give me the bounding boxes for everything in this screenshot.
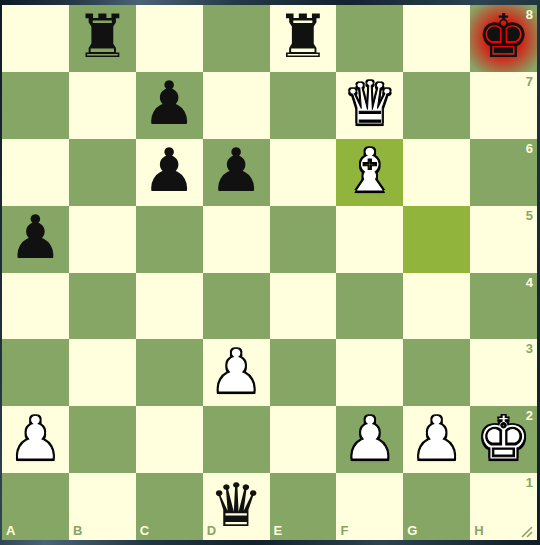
piece-black-rook[interactable]: ♜ bbox=[276, 6, 330, 66]
square-e2[interactable] bbox=[270, 406, 337, 473]
square-d2[interactable] bbox=[203, 406, 270, 473]
piece-white-bishop[interactable]: ♝ bbox=[343, 140, 397, 200]
square-b3[interactable] bbox=[69, 339, 136, 406]
piece-black-rook[interactable]: ♜ bbox=[75, 6, 129, 66]
square-b1[interactable]: B bbox=[69, 473, 136, 540]
square-b8[interactable]: ♜ bbox=[69, 5, 136, 72]
square-h5[interactable]: 5 bbox=[470, 206, 537, 273]
square-a5[interactable]: ♟ bbox=[2, 206, 69, 273]
piece-white-pawn[interactable]: ♟ bbox=[209, 341, 263, 401]
square-b2[interactable] bbox=[69, 406, 136, 473]
piece-white-queen[interactable]: ♛ bbox=[343, 73, 397, 133]
square-d5[interactable] bbox=[203, 206, 270, 273]
square-e5[interactable] bbox=[270, 206, 337, 273]
square-c7[interactable]: ♟ bbox=[136, 72, 203, 139]
square-a7[interactable] bbox=[2, 72, 69, 139]
square-d4[interactable] bbox=[203, 273, 270, 340]
piece-black-queen[interactable]: ♛ bbox=[209, 475, 263, 535]
file-label-b: B bbox=[73, 524, 82, 537]
square-c1[interactable]: C bbox=[136, 473, 203, 540]
square-f7[interactable]: ♛ bbox=[336, 72, 403, 139]
square-g7[interactable] bbox=[403, 72, 470, 139]
square-a3[interactable] bbox=[2, 339, 69, 406]
square-g2[interactable]: ♟ bbox=[403, 406, 470, 473]
square-c2[interactable] bbox=[136, 406, 203, 473]
piece-white-pawn[interactable]: ♟ bbox=[410, 408, 464, 468]
square-b5[interactable] bbox=[69, 206, 136, 273]
square-a8[interactable] bbox=[2, 5, 69, 72]
file-label-e: E bbox=[274, 524, 283, 537]
square-d1[interactable]: ♛D bbox=[203, 473, 270, 540]
board-resize-handle-icon[interactable] bbox=[521, 526, 533, 538]
square-d6[interactable]: ♟ bbox=[203, 139, 270, 206]
rank-label-4: 4 bbox=[526, 276, 533, 289]
square-g5[interactable] bbox=[403, 206, 470, 273]
square-h3[interactable]: 3 bbox=[470, 339, 537, 406]
square-d8[interactable] bbox=[203, 5, 270, 72]
square-a4[interactable] bbox=[2, 273, 69, 340]
square-f4[interactable] bbox=[336, 273, 403, 340]
square-h6[interactable]: 6 bbox=[470, 139, 537, 206]
square-h2[interactable]: ♚2 bbox=[470, 406, 537, 473]
file-label-a: A bbox=[6, 524, 15, 537]
square-c4[interactable] bbox=[136, 273, 203, 340]
piece-white-pawn[interactable]: ♟ bbox=[343, 408, 397, 468]
piece-black-pawn[interactable]: ♟ bbox=[9, 207, 63, 267]
square-b7[interactable] bbox=[69, 72, 136, 139]
rank-label-5: 5 bbox=[526, 209, 533, 222]
piece-white-king[interactable]: ♚ bbox=[477, 408, 531, 468]
chess-app-window: ♜♜♚8♟♛7♟♟♝6♟54♟3♟♟♟♚2ABC♛DEFGH1 bbox=[0, 0, 540, 545]
square-f6[interactable]: ♝ bbox=[336, 139, 403, 206]
rank-label-2: 2 bbox=[526, 409, 533, 422]
square-b4[interactable] bbox=[69, 273, 136, 340]
square-f5[interactable] bbox=[336, 206, 403, 273]
square-g3[interactable] bbox=[403, 339, 470, 406]
file-label-g: G bbox=[407, 524, 417, 537]
rank-label-8: 8 bbox=[526, 8, 533, 21]
file-label-f: F bbox=[340, 524, 348, 537]
piece-black-pawn[interactable]: ♟ bbox=[142, 140, 196, 200]
square-e8[interactable]: ♜ bbox=[270, 5, 337, 72]
square-g6[interactable] bbox=[403, 139, 470, 206]
square-d3[interactable]: ♟ bbox=[203, 339, 270, 406]
square-c8[interactable] bbox=[136, 5, 203, 72]
square-g8[interactable] bbox=[403, 5, 470, 72]
square-e3[interactable] bbox=[270, 339, 337, 406]
square-c6[interactable]: ♟ bbox=[136, 139, 203, 206]
square-e1[interactable]: E bbox=[270, 473, 337, 540]
piece-black-king[interactable]: ♚ bbox=[477, 6, 531, 66]
square-e6[interactable] bbox=[270, 139, 337, 206]
file-label-d: D bbox=[207, 524, 216, 537]
square-f8[interactable] bbox=[336, 5, 403, 72]
rank-label-6: 6 bbox=[526, 142, 533, 155]
piece-black-pawn[interactable]: ♟ bbox=[142, 73, 196, 133]
file-label-c: C bbox=[140, 524, 149, 537]
rank-label-3: 3 bbox=[526, 342, 533, 355]
square-f2[interactable]: ♟ bbox=[336, 406, 403, 473]
file-label-h: H bbox=[474, 524, 483, 537]
square-d7[interactable] bbox=[203, 72, 270, 139]
square-f1[interactable]: F bbox=[336, 473, 403, 540]
square-c3[interactable] bbox=[136, 339, 203, 406]
square-e7[interactable] bbox=[270, 72, 337, 139]
rank-label-7: 7 bbox=[526, 75, 533, 88]
square-f3[interactable] bbox=[336, 339, 403, 406]
piece-white-pawn[interactable]: ♟ bbox=[9, 408, 63, 468]
square-h7[interactable]: 7 bbox=[470, 72, 537, 139]
square-g1[interactable]: G bbox=[403, 473, 470, 540]
square-h8[interactable]: ♚8 bbox=[470, 5, 537, 72]
piece-black-pawn[interactable]: ♟ bbox=[209, 140, 263, 200]
square-b6[interactable] bbox=[69, 139, 136, 206]
square-a1[interactable]: A bbox=[2, 473, 69, 540]
chess-board: ♜♜♚8♟♛7♟♟♝6♟54♟3♟♟♟♚2ABC♛DEFGH1 bbox=[2, 5, 537, 540]
rank-label-1: 1 bbox=[526, 476, 533, 489]
square-h4[interactable]: 4 bbox=[470, 273, 537, 340]
square-g4[interactable] bbox=[403, 273, 470, 340]
square-c5[interactable] bbox=[136, 206, 203, 273]
square-a2[interactable]: ♟ bbox=[2, 406, 69, 473]
square-a6[interactable] bbox=[2, 139, 69, 206]
square-e4[interactable] bbox=[270, 273, 337, 340]
